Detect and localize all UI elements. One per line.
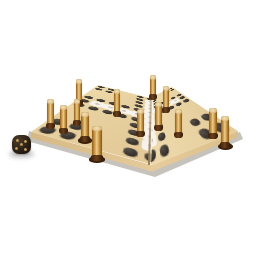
peg-9[interactable] [137,111,144,136]
peg-5[interactable] [74,101,81,125]
peg-12[interactable] [81,114,89,141]
die-pip [15,147,18,150]
peg-hole [108,106,114,109]
die-pip [24,148,27,151]
hole-field-r1c10 [169,88,175,92]
peg-collar [59,128,68,134]
peg-7[interactable] [155,104,162,130]
die[interactable] [12,135,31,154]
peg-collar [80,136,90,142]
die-pip [16,139,19,142]
peg-hole [150,138,153,144]
peg-4[interactable] [114,91,121,116]
peg-collar [154,125,163,131]
hole-field-r10c5 [141,149,152,164]
peg-hole [121,109,127,112]
peg-hole [94,103,100,106]
peg-collar [149,94,157,100]
peg-3[interactable] [163,88,170,112]
peg-13[interactable] [221,118,229,147]
board-game-photo [0,0,260,260]
peg-10[interactable] [175,111,182,137]
peg-collar [136,131,145,137]
peg-8[interactable] [60,107,67,133]
peg-14[interactable] [92,128,102,160]
die-pip [20,143,23,146]
peg-1[interactable] [150,77,156,99]
peg-collar [208,133,218,139]
peg-collar [174,132,183,138]
peg-11[interactable] [209,110,217,138]
peg-6[interactable] [47,101,54,128]
peg-collar [220,142,230,148]
peg-collar [91,155,103,161]
die-pip [24,140,27,143]
peg-collar [46,123,55,129]
